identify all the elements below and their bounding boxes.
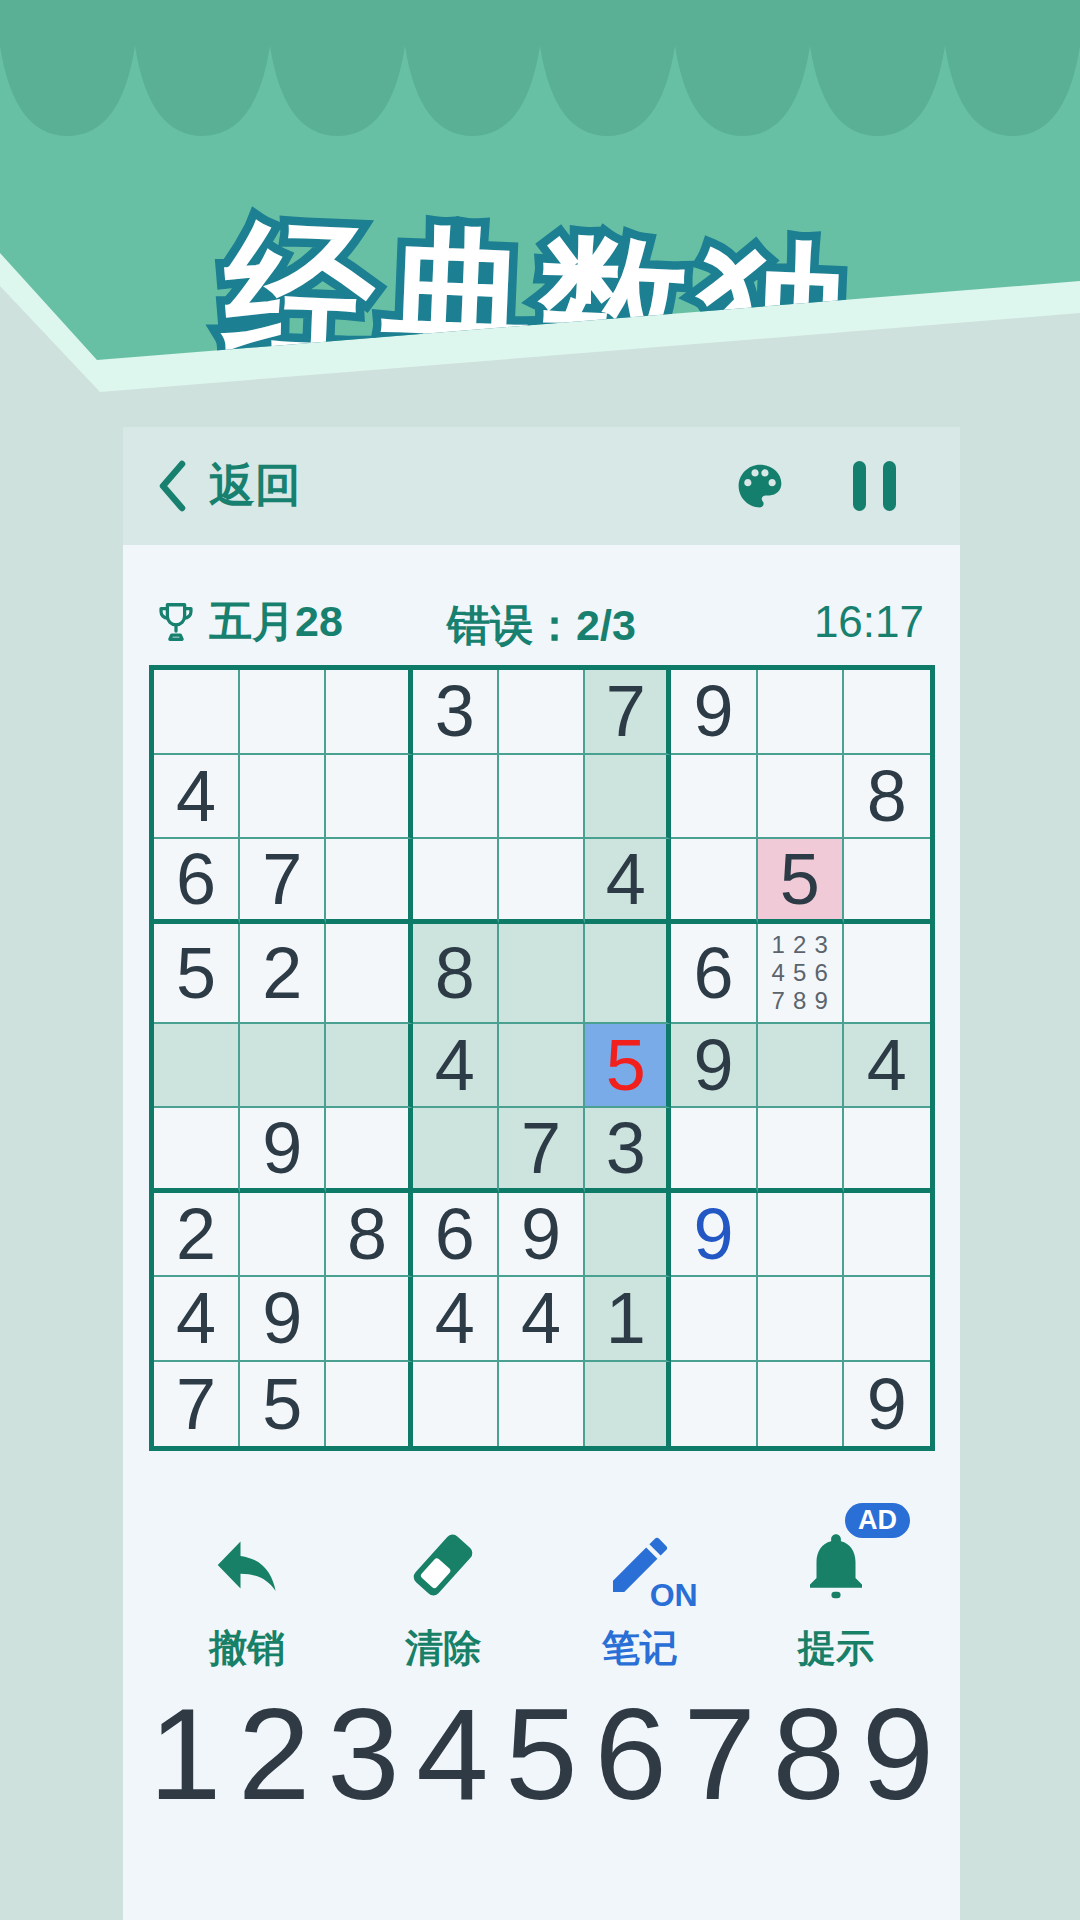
cell-digit: 4	[435, 1282, 475, 1354]
erase-button[interactable]: 清除	[353, 1519, 533, 1674]
note-digit: 7	[768, 987, 789, 1015]
cell-digit: 8	[867, 760, 907, 832]
eraser-icon	[404, 1519, 482, 1611]
cell-r8c4[interactable]: 4	[413, 1277, 499, 1362]
cell-r2c4[interactable]	[413, 755, 499, 840]
cell-digit: 5	[780, 843, 820, 915]
cell-digit: 6	[176, 843, 216, 915]
cell-r2c7[interactable]	[671, 755, 757, 840]
back-label: 返回	[209, 455, 301, 517]
cell-digit: 6	[435, 1198, 475, 1270]
cell-r2c8[interactable]	[758, 755, 844, 840]
cell-r7c1[interactable]: 2	[154, 1193, 240, 1278]
cell-r3c9[interactable]	[844, 839, 930, 924]
cell-r4c7[interactable]: 6	[671, 924, 757, 1024]
cell-r5c8[interactable]	[758, 1024, 844, 1109]
numpad-4[interactable]: 4	[416, 1683, 488, 1826]
cell-r4c5[interactable]	[499, 924, 585, 1024]
cell-r5c2[interactable]	[240, 1024, 326, 1109]
cell-r8c1[interactable]: 4	[154, 1277, 240, 1362]
cell-r4c4[interactable]: 8	[413, 924, 499, 1024]
sudoku-board: 3794867455286123456789459497328699494417…	[149, 665, 935, 1451]
note-digit: 3	[810, 931, 831, 959]
cell-r6c7[interactable]	[671, 1108, 757, 1193]
cell-digit: 4	[867, 1029, 907, 1101]
cell-r4c9[interactable]	[844, 924, 930, 1024]
cell-digit: 5	[262, 1368, 302, 1440]
cell-r8c8[interactable]	[758, 1277, 844, 1362]
note-digit: 8	[789, 987, 810, 1015]
cell-r6c4[interactable]	[413, 1108, 499, 1193]
cell-digit: 4	[435, 1029, 475, 1101]
notes-on-badge: ON	[650, 1577, 698, 1614]
cell-r1c2[interactable]	[240, 670, 326, 755]
cell-digit: 2	[262, 937, 302, 1009]
cell-digit: 8	[347, 1198, 387, 1270]
cell-r3c4[interactable]	[413, 839, 499, 924]
hint-label: 提示	[798, 1623, 874, 1674]
cell-r2c5[interactable]	[499, 755, 585, 840]
cell-r9c6[interactable]	[585, 1362, 671, 1447]
numpad-1[interactable]: 1	[149, 1683, 221, 1826]
cell-r9c7[interactable]	[671, 1362, 757, 1447]
daily-challenge-label: 五月28	[209, 593, 343, 651]
tools-row: 撤销 清除	[123, 1519, 960, 1674]
cell-digit: 4	[606, 843, 646, 915]
cell-r2c1[interactable]: 4	[154, 755, 240, 840]
game-card: 返回 错误：2/3	[123, 427, 960, 1920]
undo-label: 撤销	[209, 1623, 285, 1674]
cell-r2c6[interactable]	[585, 755, 671, 840]
cell-digit: 5	[606, 1029, 646, 1101]
numpad-2[interactable]: 2	[238, 1683, 310, 1826]
wave-decoration	[0, 0, 1080, 140]
cell-digit: 7	[606, 675, 646, 747]
cell-r3c8[interactable]: 5	[758, 839, 844, 924]
cell-r8c5[interactable]: 4	[499, 1277, 585, 1362]
pause-bar	[853, 461, 866, 511]
cell-r5c5[interactable]	[499, 1024, 585, 1109]
cell-r3c6[interactable]: 4	[585, 839, 671, 924]
cell-r1c9[interactable]	[844, 670, 930, 755]
notes-button[interactable]: ON 笔记	[550, 1519, 730, 1674]
cell-digit: 9	[693, 1198, 733, 1270]
cell-r8c6[interactable]: 1	[585, 1277, 671, 1362]
cell-digit: 8	[435, 937, 475, 1009]
cell-digit: 4	[521, 1282, 561, 1354]
note-digit: 9	[810, 987, 831, 1015]
cell-r3c7[interactable]	[671, 839, 757, 924]
cell-r5c3[interactable]	[326, 1024, 412, 1109]
cell-digit: 2	[176, 1198, 216, 1270]
cell-r4c1[interactable]: 5	[154, 924, 240, 1024]
cell-digit: 4	[176, 760, 216, 832]
cell-r6c3[interactable]	[326, 1108, 412, 1193]
note-digit: 1	[768, 931, 789, 959]
numpad-8[interactable]: 8	[773, 1683, 845, 1826]
hint-button[interactable]: AD 提示	[746, 1519, 926, 1674]
erase-label: 清除	[405, 1623, 481, 1674]
cell-r5c6[interactable]: 5	[585, 1024, 671, 1109]
cell-r2c3[interactable]	[326, 755, 412, 840]
note-digit: 5	[789, 959, 810, 987]
cell-r6c1[interactable]	[154, 1108, 240, 1193]
cell-r6c6[interactable]: 3	[585, 1108, 671, 1193]
cell-r5c1[interactable]	[154, 1024, 240, 1109]
cell-digit: 9	[693, 675, 733, 747]
cell-r1c7[interactable]: 9	[671, 670, 757, 755]
timer: 16:17	[814, 597, 924, 647]
cell-r4c6[interactable]	[585, 924, 671, 1024]
numpad-7[interactable]: 7	[683, 1683, 755, 1826]
undo-button[interactable]: 撤销	[157, 1519, 337, 1674]
cell-r1c8[interactable]	[758, 670, 844, 755]
cell-r1c4[interactable]: 3	[413, 670, 499, 755]
cell-r1c5[interactable]	[499, 670, 585, 755]
cell-digit: 9	[867, 1368, 907, 1440]
cell-digit: 9	[262, 1112, 302, 1184]
cell-r7c8[interactable]	[758, 1193, 844, 1278]
cell-r7c2[interactable]	[240, 1193, 326, 1278]
cell-r6c8[interactable]	[758, 1108, 844, 1193]
cell-digit: 9	[693, 1029, 733, 1101]
cell-r9c4[interactable]	[413, 1362, 499, 1447]
cell-r1c6[interactable]: 7	[585, 670, 671, 755]
status-row: 错误：2/3 五月28 16:17	[123, 593, 960, 649]
cell-r1c3[interactable]	[326, 670, 412, 755]
cell-digit: 6	[693, 937, 733, 1009]
cell-r3c3[interactable]	[326, 839, 412, 924]
cell-r2c2[interactable]	[240, 755, 326, 840]
hint-ad-badge: AD	[845, 1503, 910, 1538]
notes-label: 笔记	[602, 1623, 678, 1674]
pause-bar	[883, 461, 896, 511]
trophy-icon	[153, 599, 199, 645]
topbar: 返回	[123, 427, 960, 545]
cell-r9c5[interactable]	[499, 1362, 585, 1447]
cell-r3c5[interactable]	[499, 839, 585, 924]
numpad-3[interactable]: 3	[327, 1683, 399, 1826]
cell-r7c5[interactable]: 9	[499, 1193, 585, 1278]
cell-digit: 1	[606, 1282, 646, 1354]
cell-digit: 7	[262, 843, 302, 915]
cell-r9c1[interactable]: 7	[154, 1362, 240, 1447]
cell-r7c7[interactable]: 9	[671, 1193, 757, 1278]
cell-r1c1[interactable]	[154, 670, 240, 755]
numpad-row: 123456789	[123, 1683, 960, 1826]
cell-digit: 3	[606, 1112, 646, 1184]
cell-digit: 9	[521, 1198, 561, 1270]
numpad-5[interactable]: 5	[505, 1683, 577, 1826]
cell-r3c1[interactable]: 6	[154, 839, 240, 924]
cell-r2c9[interactable]: 8	[844, 755, 930, 840]
note-digit: 2	[789, 931, 810, 959]
cell-digit: 3	[435, 675, 475, 747]
cell-digit: 5	[176, 937, 216, 1009]
cell-r7c9[interactable]	[844, 1193, 930, 1278]
cell-r8c2[interactable]: 9	[240, 1277, 326, 1362]
cell-r8c7[interactable]	[671, 1277, 757, 1362]
cell-r9c9[interactable]: 9	[844, 1362, 930, 1447]
numpad-9[interactable]: 9	[862, 1683, 934, 1826]
cell-r9c2[interactable]: 5	[240, 1362, 326, 1447]
cell-r3c2[interactable]: 7	[240, 839, 326, 924]
daily-challenge: 五月28	[153, 593, 343, 651]
cell-r6c5[interactable]: 7	[499, 1108, 585, 1193]
back-chevron-icon	[157, 459, 187, 513]
cell-r8c3[interactable]	[326, 1277, 412, 1362]
screen: 经典数独 返回 错误：2/3	[0, 0, 1080, 1920]
cell-r4c3[interactable]	[326, 924, 412, 1024]
cell-digit: 7	[521, 1112, 561, 1184]
cell-digit: 4	[176, 1282, 216, 1354]
cell-r5c9[interactable]: 4	[844, 1024, 930, 1109]
cell-r4c8[interactable]: 123456789	[758, 924, 844, 1024]
cell-digit: 9	[262, 1282, 302, 1354]
cell-r5c4[interactable]: 4	[413, 1024, 499, 1109]
pause-button[interactable]	[853, 461, 896, 511]
cell-r8c9[interactable]	[844, 1277, 930, 1362]
back-button[interactable]: 返回	[157, 455, 301, 517]
undo-icon	[208, 1519, 286, 1611]
cell-r7c4[interactable]: 6	[413, 1193, 499, 1278]
cell-r6c2[interactable]: 9	[240, 1108, 326, 1193]
cell-r5c7[interactable]: 9	[671, 1024, 757, 1109]
numpad-6[interactable]: 6	[594, 1683, 666, 1826]
cell-r9c8[interactable]	[758, 1362, 844, 1447]
note-digit: 4	[768, 959, 789, 987]
cell-r7c3[interactable]: 8	[326, 1193, 412, 1278]
cell-r7c6[interactable]	[585, 1193, 671, 1278]
cell-digit: 7	[176, 1368, 216, 1440]
cell-r6c9[interactable]	[844, 1108, 930, 1193]
cell-r9c3[interactable]	[326, 1362, 412, 1447]
topbar-right	[733, 459, 896, 513]
cell-r4c2[interactable]: 2	[240, 924, 326, 1024]
notes-grid: 123456789	[758, 924, 842, 1022]
theme-palette-button[interactable]	[733, 459, 787, 513]
note-digit: 6	[810, 959, 831, 987]
